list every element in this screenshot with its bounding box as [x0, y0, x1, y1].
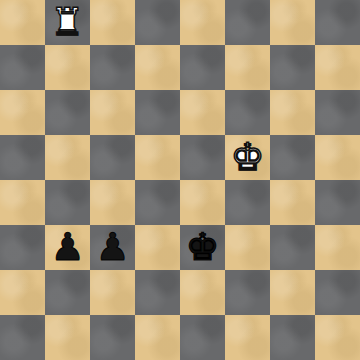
- white-rook[interactable]: ♜: [50, 0, 84, 45]
- square-b2[interactable]: [45, 270, 90, 315]
- square-h7[interactable]: [315, 45, 360, 90]
- black-king[interactable]: ♚: [185, 225, 219, 270]
- square-g7[interactable]: [270, 45, 315, 90]
- square-c5[interactable]: [90, 135, 135, 180]
- square-d2[interactable]: [135, 270, 180, 315]
- square-a7[interactable]: [0, 45, 45, 90]
- square-b5[interactable]: [45, 135, 90, 180]
- square-d1[interactable]: [135, 315, 180, 360]
- square-a3[interactable]: [0, 225, 45, 270]
- square-a8[interactable]: [0, 0, 45, 45]
- square-h1[interactable]: [315, 315, 360, 360]
- square-b8[interactable]: ♜: [45, 0, 90, 45]
- square-b4[interactable]: [45, 180, 90, 225]
- square-d6[interactable]: [135, 90, 180, 135]
- square-b7[interactable]: [45, 45, 90, 90]
- square-h3[interactable]: [315, 225, 360, 270]
- square-h2[interactable]: [315, 270, 360, 315]
- square-c7[interactable]: [90, 45, 135, 90]
- square-f1[interactable]: [225, 315, 270, 360]
- square-f7[interactable]: [225, 45, 270, 90]
- square-h6[interactable]: [315, 90, 360, 135]
- square-e2[interactable]: [180, 270, 225, 315]
- square-e6[interactable]: [180, 90, 225, 135]
- square-a1[interactable]: [0, 315, 45, 360]
- square-a2[interactable]: [0, 270, 45, 315]
- square-b1[interactable]: [45, 315, 90, 360]
- square-d5[interactable]: [135, 135, 180, 180]
- square-e7[interactable]: [180, 45, 225, 90]
- square-d8[interactable]: [135, 0, 180, 45]
- square-c2[interactable]: [90, 270, 135, 315]
- square-d7[interactable]: [135, 45, 180, 90]
- square-g3[interactable]: [270, 225, 315, 270]
- square-f5[interactable]: ♚: [225, 135, 270, 180]
- square-e4[interactable]: [180, 180, 225, 225]
- black-pawn[interactable]: ♟: [50, 225, 84, 270]
- square-e1[interactable]: [180, 315, 225, 360]
- square-g2[interactable]: [270, 270, 315, 315]
- square-d4[interactable]: [135, 180, 180, 225]
- black-pawn[interactable]: ♟: [95, 225, 129, 270]
- square-g1[interactable]: [270, 315, 315, 360]
- square-h5[interactable]: [315, 135, 360, 180]
- square-g6[interactable]: [270, 90, 315, 135]
- square-a5[interactable]: [0, 135, 45, 180]
- square-f8[interactable]: [225, 0, 270, 45]
- square-b6[interactable]: [45, 90, 90, 135]
- white-king[interactable]: ♚: [230, 135, 264, 180]
- square-f3[interactable]: [225, 225, 270, 270]
- square-a6[interactable]: [0, 90, 45, 135]
- square-c1[interactable]: [90, 315, 135, 360]
- square-h8[interactable]: [315, 0, 360, 45]
- square-e3[interactable]: ♚: [180, 225, 225, 270]
- square-b3[interactable]: ♟: [45, 225, 90, 270]
- square-f4[interactable]: [225, 180, 270, 225]
- square-c6[interactable]: [90, 90, 135, 135]
- square-e5[interactable]: [180, 135, 225, 180]
- square-a4[interactable]: [0, 180, 45, 225]
- square-g5[interactable]: [270, 135, 315, 180]
- square-c8[interactable]: [90, 0, 135, 45]
- square-c3[interactable]: ♟: [90, 225, 135, 270]
- square-e8[interactable]: [180, 0, 225, 45]
- chess-board: ♜♚♟♟♚: [0, 0, 360, 360]
- square-f2[interactable]: [225, 270, 270, 315]
- square-g8[interactable]: [270, 0, 315, 45]
- square-c4[interactable]: [90, 180, 135, 225]
- square-g4[interactable]: [270, 180, 315, 225]
- square-f6[interactable]: [225, 90, 270, 135]
- square-d3[interactable]: [135, 225, 180, 270]
- square-h4[interactable]: [315, 180, 360, 225]
